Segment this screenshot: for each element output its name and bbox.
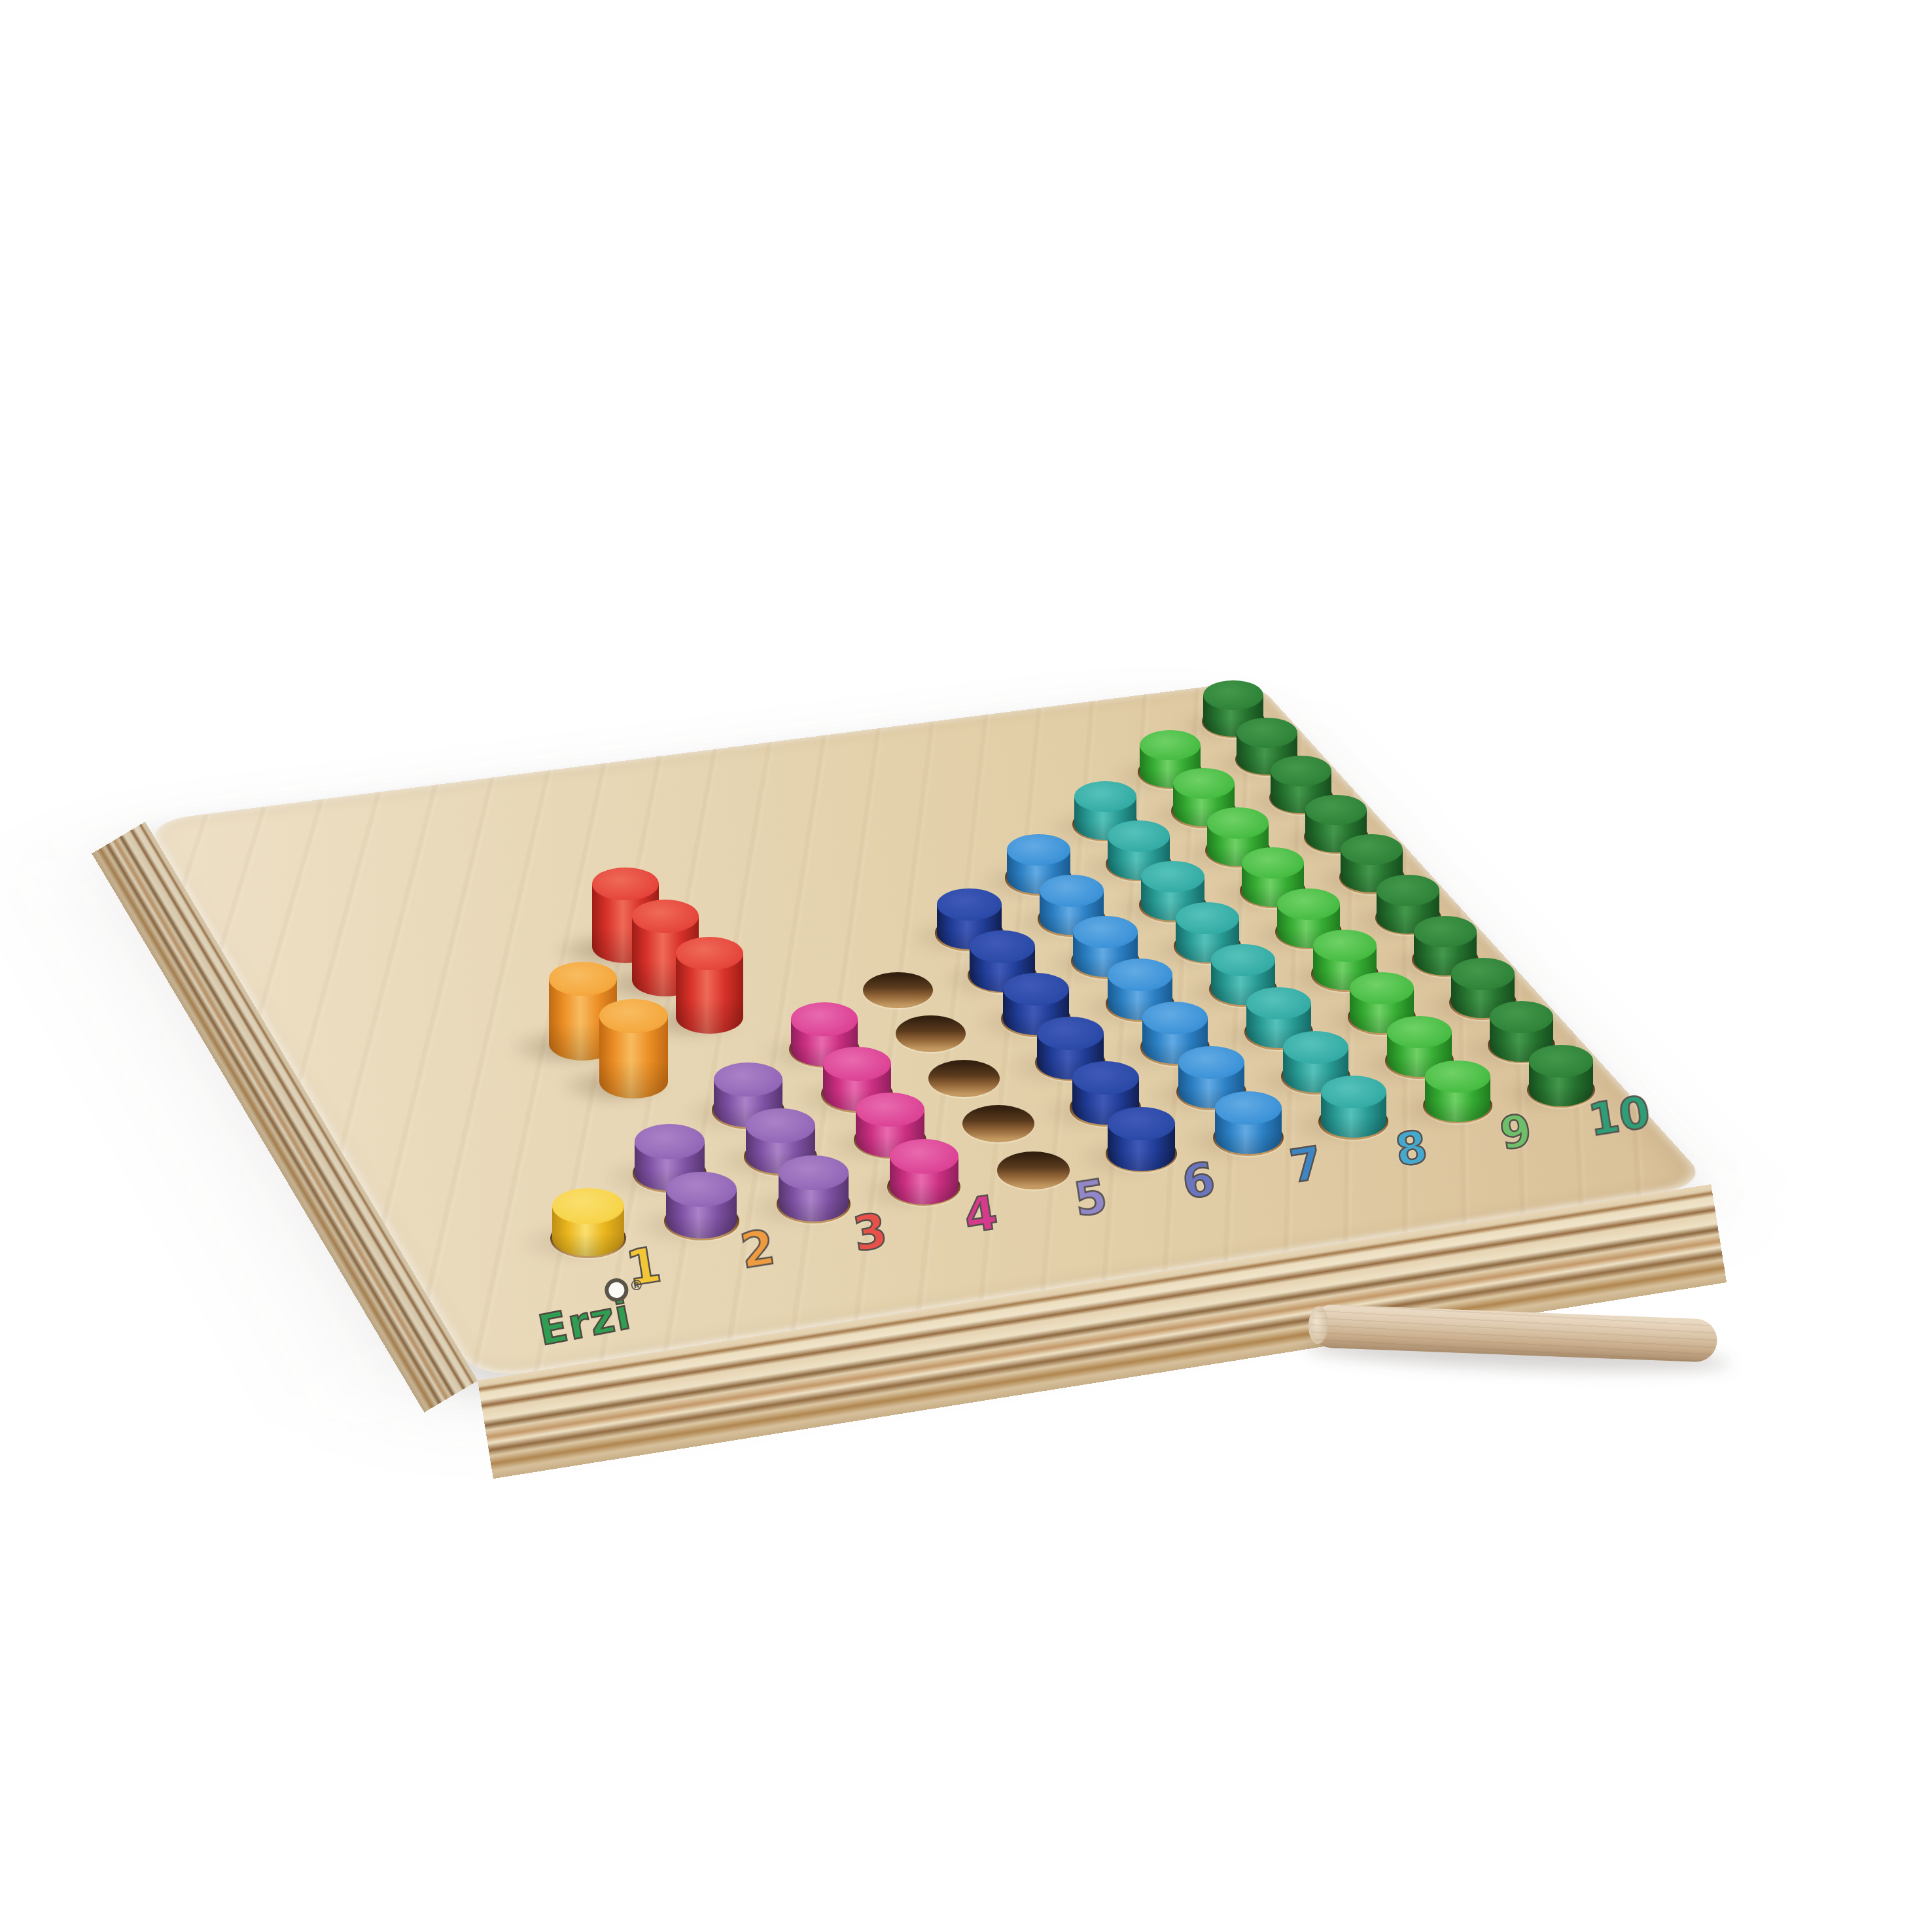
peg-top xyxy=(1305,795,1367,826)
peg-green-c9-r1[interactable] xyxy=(1425,1061,1490,1122)
peg-top xyxy=(779,1155,849,1190)
peg-magenta-c4-r1[interactable] xyxy=(890,1139,959,1204)
peg-top xyxy=(1350,972,1414,1004)
peg-top xyxy=(1203,680,1263,711)
peg-top xyxy=(937,888,1002,921)
peg-top xyxy=(1007,834,1070,866)
peg-navy-c6-r1[interactable] xyxy=(1108,1107,1175,1171)
product-photo-scene: 12345678910 Erzi ® xyxy=(0,0,1932,1932)
peg-top xyxy=(1003,973,1068,1006)
peg-top xyxy=(1140,730,1201,761)
peg-teal-c8-r1[interactable] xyxy=(1321,1076,1387,1138)
peg-top xyxy=(1108,958,1172,991)
peg-top xyxy=(1211,944,1275,976)
peg-top xyxy=(549,962,617,996)
registered-mark-icon: ® xyxy=(628,1276,646,1295)
peg-top xyxy=(1040,875,1104,907)
peg-top xyxy=(1490,1001,1554,1033)
peg-purple-c3-r1[interactable] xyxy=(779,1155,849,1221)
peg-top xyxy=(1246,987,1311,1020)
loose-peg-orange-2[interactable] xyxy=(599,999,668,1098)
peg-top xyxy=(1387,1016,1452,1048)
peg-top xyxy=(1451,958,1515,989)
peg-hole-c5-r3[interactable] xyxy=(928,1060,1000,1097)
peg-top xyxy=(856,1093,924,1127)
peg-top xyxy=(746,1108,815,1143)
peg-top xyxy=(1141,861,1204,892)
peg-top xyxy=(1072,1061,1139,1095)
peg-top xyxy=(1277,888,1340,920)
peg-top xyxy=(970,930,1035,963)
peg-top xyxy=(823,1047,891,1081)
peg-top xyxy=(632,900,699,933)
loose-peg-red-3[interactable] xyxy=(676,937,743,1034)
peg-top xyxy=(1073,916,1137,948)
peg-top xyxy=(676,937,743,970)
peg-top xyxy=(592,868,658,901)
peg-top xyxy=(1173,768,1235,799)
peg-top xyxy=(1529,1045,1594,1077)
peg-top xyxy=(1341,834,1402,865)
peg-top xyxy=(1215,1091,1282,1125)
peg-hole-c5-r5[interactable] xyxy=(863,972,933,1008)
peg-top xyxy=(1207,807,1269,838)
peg-top xyxy=(1271,756,1331,786)
peg-top xyxy=(1377,875,1439,906)
peg-top xyxy=(1237,718,1297,748)
peg-top xyxy=(1108,1107,1175,1141)
peg-hole-c5-r1[interactable] xyxy=(997,1151,1070,1189)
peg-top xyxy=(1108,820,1170,852)
peg-top xyxy=(1037,1017,1103,1050)
peg-top xyxy=(666,1172,737,1207)
peg-top xyxy=(791,1002,858,1036)
peg-top xyxy=(714,1063,782,1097)
peg-top xyxy=(635,1124,705,1159)
peg-top xyxy=(890,1139,959,1174)
peg-top xyxy=(1176,902,1239,934)
peg-blue-c7-r1[interactable] xyxy=(1215,1091,1282,1155)
peg-top xyxy=(1074,781,1136,812)
peg-hole-c5-r2[interactable] xyxy=(962,1105,1034,1142)
peg-yellow-c1-r1[interactable] xyxy=(552,1188,624,1256)
peg-top xyxy=(1178,1046,1244,1080)
peg-top xyxy=(1425,1061,1490,1093)
peg-top xyxy=(1313,930,1377,962)
peg-top xyxy=(1414,916,1477,947)
peg-top xyxy=(552,1188,624,1224)
peg-top xyxy=(1242,847,1304,879)
peg-top xyxy=(1283,1031,1348,1064)
peg-darkgreen-c10-r1[interactable] xyxy=(1529,1045,1594,1106)
column-numeral-10: 10 xyxy=(1585,1086,1653,1146)
peg-purple-c2-r1[interactable] xyxy=(666,1172,737,1238)
peg-top xyxy=(599,999,668,1034)
